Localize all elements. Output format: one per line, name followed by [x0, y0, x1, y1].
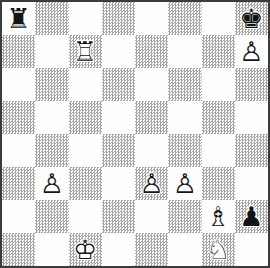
chess-board: ♜♚♜♖♟♙♟♙♟♙♟♙♝♗♟♚♔♞♘	[2, 2, 268, 266]
square-d2	[102, 200, 135, 233]
piece-white-pawn-b3: ♟♙	[35, 167, 68, 200]
square-a2	[2, 200, 35, 233]
piece-white-king-c1: ♚♔	[69, 233, 102, 266]
square-f2	[168, 200, 201, 233]
square-h4	[235, 134, 268, 167]
square-e4	[135, 134, 168, 167]
square-e2	[135, 200, 168, 233]
square-g4	[202, 134, 235, 167]
square-h7: ♟♙	[235, 35, 268, 68]
square-b5	[35, 101, 68, 134]
square-e6	[135, 68, 168, 101]
square-d1	[102, 233, 135, 266]
square-b2	[35, 200, 68, 233]
piece-black-pawn-h2: ♟	[235, 200, 268, 233]
square-a5	[2, 101, 35, 134]
square-d3	[102, 167, 135, 200]
square-c3	[69, 167, 102, 200]
square-g1: ♞♘	[202, 233, 235, 266]
square-a6	[2, 68, 35, 101]
square-d4	[102, 134, 135, 167]
square-b7	[35, 35, 68, 68]
square-h8: ♚	[235, 2, 268, 35]
piece-white-rook-c7: ♜♖	[69, 35, 102, 68]
square-e8	[135, 2, 168, 35]
square-g5	[202, 101, 235, 134]
square-d6	[102, 68, 135, 101]
square-c8	[69, 2, 102, 35]
square-c4	[69, 134, 102, 167]
piece-white-bishop-g2: ♝♗	[202, 200, 235, 233]
square-e7	[135, 35, 168, 68]
square-b8	[35, 2, 68, 35]
piece-white-pawn-e3: ♟♙	[135, 167, 168, 200]
square-c7: ♜♖	[69, 35, 102, 68]
piece-white-pawn-h7: ♟♙	[235, 35, 268, 68]
square-f1	[168, 233, 201, 266]
square-a1	[2, 233, 35, 266]
square-f3: ♟♙	[168, 167, 201, 200]
square-g3	[202, 167, 235, 200]
square-e1	[135, 233, 168, 266]
square-e5	[135, 101, 168, 134]
square-b3: ♟♙	[35, 167, 68, 200]
square-c1: ♚♔	[69, 233, 102, 266]
square-a7	[2, 35, 35, 68]
square-g8	[202, 2, 235, 35]
piece-white-knight-g1: ♞♘	[202, 233, 235, 266]
piece-white-pawn-f3: ♟♙	[168, 167, 201, 200]
square-h3	[235, 167, 268, 200]
piece-black-king-h8: ♚	[235, 2, 268, 35]
square-b6	[35, 68, 68, 101]
square-f5	[168, 101, 201, 134]
piece-black-rook-a8: ♜	[2, 2, 35, 35]
square-e3: ♟♙	[135, 167, 168, 200]
square-g7	[202, 35, 235, 68]
square-d5	[102, 101, 135, 134]
square-h2: ♟	[235, 200, 268, 233]
square-g2: ♝♗	[202, 200, 235, 233]
square-b4	[35, 134, 68, 167]
square-h6	[235, 68, 268, 101]
square-d7	[102, 35, 135, 68]
chess-diagram: ♜♚♜♖♟♙♟♙♟♙♟♙♝♗♟♚♔♞♘	[0, 0, 270, 268]
square-c5	[69, 101, 102, 134]
square-h1	[235, 233, 268, 266]
square-a4	[2, 134, 35, 167]
square-a8: ♜	[2, 2, 35, 35]
square-g6	[202, 68, 235, 101]
square-a3	[2, 167, 35, 200]
square-h5	[235, 101, 268, 134]
square-f8	[168, 2, 201, 35]
square-b1	[35, 233, 68, 266]
square-c6	[69, 68, 102, 101]
square-f6	[168, 68, 201, 101]
square-f4	[168, 134, 201, 167]
square-f7	[168, 35, 201, 68]
square-d8	[102, 2, 135, 35]
square-c2	[69, 200, 102, 233]
